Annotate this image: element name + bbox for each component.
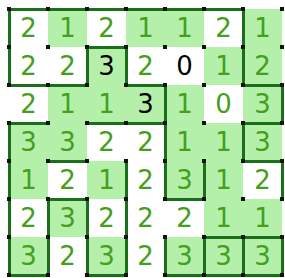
loop-edge-h-7-5[interactable] [203,274,245,277]
cell-r2c1[interactable]: 1 [48,85,87,123]
loop-edge-v-0-4[interactable] [8,160,11,201]
vertex-dot [241,235,245,239]
cell-r3c3[interactable]: 2 [126,123,165,161]
clue-number: 2 [20,91,37,117]
vertex-dot [202,45,206,49]
cell-r3c6[interactable]: 3 [243,123,282,161]
clue-number: 1 [98,167,115,193]
vertex-dot [7,83,11,87]
vertex-dot [46,159,50,163]
clue-number: 2 [254,167,271,193]
clue-number: 3 [176,167,193,193]
clue-number: 1 [59,15,76,41]
cell-r0c6[interactable]: 1 [243,9,282,47]
vertex-dot [85,273,89,277]
loop-edge-h-2-6[interactable] [242,84,284,87]
cell-r6c6[interactable]: 3 [243,237,282,275]
loop-edge-h-1-2[interactable] [86,46,128,49]
loop-edge-v-7-6[interactable] [281,236,284,277]
clue-number: 0 [176,53,193,79]
cell-r2c0[interactable]: 2 [9,85,48,123]
clue-number: 3 [98,243,115,269]
cell-r5c2[interactable]: 2 [87,199,126,237]
vertex-dot [163,235,167,239]
loop-edge-v-4-3[interactable] [164,122,167,163]
cell-r2c3[interactable]: 3 [126,85,165,123]
loop-edge-h-7-6[interactable] [242,274,284,277]
loop-edge-v-3-6[interactable] [125,236,128,277]
clue-number: 1 [215,205,232,231]
loop-edge-h-0-5[interactable] [203,8,245,11]
vertex-dot [280,197,284,201]
clue-number: 2 [59,243,76,269]
loop-edge-v-3-4[interactable] [125,160,128,201]
vertex-dot [280,83,284,87]
cell-r6c2[interactable]: 3 [87,237,126,275]
loop-edge-h-7-2[interactable] [86,274,128,277]
clue-number: 2 [254,53,271,79]
clue-number: 2 [137,53,154,79]
clue-number: 3 [98,53,115,79]
loop-edge-v-6-6[interactable] [242,236,245,277]
clue-number: 3 [215,243,232,269]
vertex-dot [163,45,167,49]
vertex-dot [124,7,128,11]
vertex-dot [46,273,50,277]
vertex-dot [163,83,167,87]
loop-edge-v-6-3[interactable] [242,122,245,163]
cell-r3c1[interactable]: 3 [48,123,87,161]
cell-r0c4[interactable]: 1 [165,9,204,47]
cell-r3c2[interactable]: 2 [87,123,126,161]
cell-r0c2[interactable]: 2 [87,9,126,47]
vertex-dot [85,45,89,49]
vertex-dot [7,45,11,49]
cell-r1c6[interactable]: 2 [243,47,282,85]
loop-edge-v-5-4[interactable] [203,160,206,201]
vertex-dot [202,83,206,87]
loop-edge-h-3-6[interactable] [242,122,284,125]
cell-r4c3[interactable]: 2 [126,161,165,199]
loop-edge-h-7-4[interactable] [164,274,206,277]
cell-r0c3[interactable]: 1 [126,9,165,47]
loop-edge-v-4-4[interactable] [164,160,167,201]
vertex-dot [163,7,167,11]
cell-r6c0[interactable]: 3 [9,237,48,275]
loop-edge-h-6-6[interactable] [242,236,284,239]
vertex-dot [241,159,245,163]
clue-number: 1 [59,91,76,117]
puzzle-screenshot: 2121121223201221131033322113121231223222… [0,0,285,278]
clue-number: 1 [254,15,271,41]
vertex-dot [7,159,11,163]
loop-edge-v-3-1[interactable] [125,46,128,87]
clue-number: 1 [215,129,232,155]
cell-r1c5[interactable]: 1 [204,47,243,85]
vertex-dot [241,83,245,87]
loop-edge-v-7-4[interactable] [281,160,284,201]
cell-r1c0[interactable]: 2 [9,47,48,85]
cell-r1c3[interactable]: 2 [126,47,165,85]
loop-edge-v-7-2[interactable] [281,84,284,125]
vertex-dot [280,273,284,277]
vertex-dot [241,273,245,277]
vertex-dot [7,273,11,277]
cell-r1c1[interactable]: 2 [48,47,87,85]
cell-r5c0[interactable]: 2 [9,199,48,237]
loop-edge-h-0-0[interactable] [8,8,50,11]
vertex-dot [85,121,89,125]
vertex-dot [124,121,128,125]
cell-r2c4[interactable]: 1 [165,85,204,123]
clue-number: 3 [137,91,154,117]
vertex-dot [124,197,128,201]
vertex-dot [124,45,128,49]
clue-number: 2 [20,53,37,79]
loop-edge-v-2-6[interactable] [86,236,89,277]
clue-number: 1 [176,129,193,155]
vertex-dot [280,121,284,125]
vertex-dot [85,197,89,201]
cell-r4c1[interactable]: 2 [48,161,87,199]
clue-number: 1 [215,167,232,193]
vertex-dot [241,121,245,125]
vertex-dot [85,159,89,163]
clue-number: 2 [137,205,154,231]
cell-r6c4[interactable]: 3 [165,237,204,275]
loop-edge-h-2-0[interactable] [8,84,50,87]
vertex-dot [46,7,50,11]
slitherlink-board: 2121121223201221131033322113121231223222… [0,0,285,278]
cell-r3c5[interactable]: 1 [204,123,243,161]
vertex-dot [85,7,89,11]
loop-edge-v-0-5[interactable] [8,198,11,239]
loop-edge-h-5-4[interactable] [164,198,206,201]
loop-edge-v-0-0[interactable] [8,8,11,49]
cell-r3c4[interactable]: 1 [165,123,204,161]
clue-number: 2 [20,205,37,231]
vertex-dot [124,159,128,163]
vertex-dot [7,197,11,201]
cell-r4c4[interactable]: 3 [165,161,204,199]
cell-r2c6[interactable]: 3 [243,85,282,123]
loop-edge-h-3-0[interactable] [8,122,50,125]
loop-edge-v-0-6[interactable] [8,236,11,277]
vertex-dot [46,83,50,87]
loop-edge-v-0-3[interactable] [8,122,11,163]
vertex-dot [280,7,284,11]
clue-number: 2 [176,205,193,231]
loop-edge-h-0-1[interactable] [47,8,89,11]
vertex-dot [7,235,11,239]
cell-r5c1[interactable]: 3 [48,199,87,237]
loop-edge-h-0-3[interactable] [125,8,167,11]
loop-edge-h-4-6[interactable] [242,160,284,163]
loop-edge-v-2-1[interactable] [86,46,89,87]
vertex-dot [241,197,245,201]
cell-r5c3[interactable]: 2 [126,199,165,237]
cell-r0c0[interactable]: 2 [9,9,48,47]
clue-number: 1 [98,91,115,117]
vertex-dot [46,197,50,201]
loop-edge-h-0-4[interactable] [164,8,206,11]
cell-r6c3[interactable]: 2 [126,237,165,275]
vertex-dot [46,45,50,49]
vertex-dot [280,235,284,239]
loop-edge-h-6-5[interactable] [203,236,245,239]
clue-number: 3 [254,129,271,155]
vertex-dot [202,273,206,277]
clue-number: 2 [20,15,37,41]
vertex-dot [280,159,284,163]
loop-edge-v-2-5[interactable] [86,198,89,239]
loop-edge-h-7-0[interactable] [8,274,50,277]
loop-edge-h-5-1[interactable] [47,198,89,201]
loop-edge-h-2-1[interactable] [47,84,89,87]
vertex-dot [241,7,245,11]
vertex-dot [280,45,284,49]
clue-number: 2 [137,129,154,155]
clue-number: 3 [59,129,76,155]
clue-number: 2 [137,167,154,193]
vertex-dot [7,121,11,125]
loop-edge-v-3-5[interactable] [125,198,128,239]
cell-r4c5[interactable]: 1 [204,161,243,199]
clue-number: 3 [254,243,271,269]
clue-number: 2 [137,243,154,269]
cell-r0c5[interactable]: 2 [204,9,243,47]
vertex-dot [46,235,50,239]
cell-r2c5[interactable]: 0 [204,85,243,123]
clue-number: 1 [20,167,37,193]
loop-edge-h-0-2[interactable] [86,8,128,11]
cell-r5c4[interactable]: 2 [165,199,204,237]
vertex-dot [163,273,167,277]
loop-edge-v-1-6[interactable] [47,236,50,277]
clue-number: 3 [20,243,37,269]
clue-number: 1 [176,15,193,41]
clue-number: 2 [59,167,76,193]
clue-number: 3 [20,129,37,155]
loop-edge-h-2-3[interactable] [125,84,167,87]
loop-edge-v-1-5[interactable] [47,198,50,239]
clue-number: 2 [98,129,115,155]
vertex-dot [202,121,206,125]
cell-r1c2[interactable]: 3 [87,47,126,85]
loop-edge-h-3-2[interactable] [86,122,128,125]
loop-edge-v-4-2[interactable] [164,84,167,125]
loop-edge-h-3-3[interactable] [125,122,167,125]
vertex-dot [163,197,167,201]
loop-edge-v-6-1[interactable] [242,46,245,87]
loop-edge-v-4-6[interactable] [164,236,167,277]
vertex-dot [163,121,167,125]
cell-r5c5[interactable]: 1 [204,199,243,237]
loop-edge-v-0-1[interactable] [8,46,11,87]
vertex-dot [85,235,89,239]
clue-number: 1 [176,91,193,117]
cell-r0c1[interactable]: 1 [48,9,87,47]
cell-r1c4[interactable]: 0 [165,47,204,85]
vertex-dot [202,159,206,163]
cell-r5c6[interactable]: 1 [243,199,282,237]
clue-number: 3 [59,205,76,231]
vertex-dot [202,7,206,11]
clue-number: 2 [59,53,76,79]
vertex-dot [202,197,206,201]
clue-number: 2 [215,15,232,41]
clue-number: 3 [176,243,193,269]
clue-number: 1 [215,53,232,79]
cell-r4c6[interactable]: 2 [243,161,282,199]
cell-r3c0[interactable]: 3 [9,123,48,161]
cell-r2c2[interactable]: 1 [87,85,126,123]
clue-number: 1 [254,205,271,231]
vertex-dot [202,235,206,239]
vertex-dot [241,45,245,49]
vertex-dot [124,235,128,239]
clue-number: 2 [98,205,115,231]
vertex-dot [124,273,128,277]
clue-number: 2 [98,15,115,41]
loop-edge-v-5-6[interactable] [203,236,206,277]
vertex-dot [46,121,50,125]
loop-edge-v-6-0[interactable] [242,8,245,49]
cell-r4c2[interactable]: 1 [87,161,126,199]
vertex-dot [124,83,128,87]
vertex-dot [163,159,167,163]
vertex-dot [7,7,11,11]
clue-number: 0 [215,91,232,117]
cell-r6c5[interactable]: 3 [204,237,243,275]
clue-number: 3 [254,91,271,117]
cell-r6c1[interactable]: 2 [48,237,87,275]
cell-r4c0[interactable]: 1 [9,161,48,199]
vertex-dot [85,83,89,87]
loop-edge-h-4-1[interactable] [47,160,89,163]
clue-number: 1 [137,15,154,41]
